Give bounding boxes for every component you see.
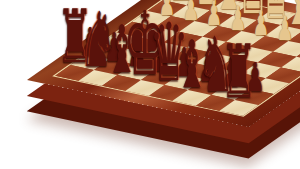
black-rook-a8[interactable]: ♜	[221, 34, 257, 108]
chess-set-photo: ♜ ♞ ♝ ♚ ♛ ♝ ♞ ♜ ♟ ♟ ♟ ♟ ♟ ♟ ♟ ♟ ♟ ♟ ♟ ♟ …	[0, 0, 300, 169]
pieces-layer: ♜ ♞ ♝ ♚ ♛ ♝ ♞ ♜ ♟ ♟ ♟ ♟ ♟ ♟ ♟ ♟ ♟ ♟ ♟ ♟ …	[0, 0, 300, 169]
white-pawn-c2[interactable]: ♟	[277, 11, 294, 45]
